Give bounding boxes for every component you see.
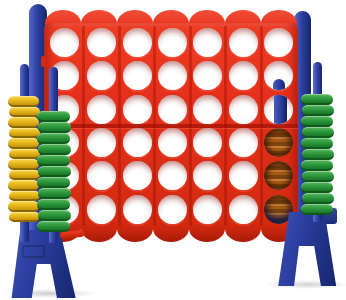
disc-ring-green: [37, 155, 70, 166]
disc-ring-yellow: [9, 170, 40, 181]
board-hole-f3: [229, 128, 258, 157]
scene: [0, 0, 346, 300]
board-hole-c1: [123, 195, 152, 224]
board-hole-f2: [229, 161, 258, 190]
disc-ring-green: [38, 122, 71, 133]
disc-ring-yellow: [8, 96, 39, 107]
board-cell: [82, 193, 117, 226]
disc-ring-green: [302, 105, 334, 116]
board-hole-e4: [193, 95, 222, 124]
board-cell: [189, 26, 224, 59]
disc-ring-green: [301, 138, 333, 149]
board-hole-g6: [264, 28, 293, 57]
board-hole-g4: [264, 95, 293, 124]
disc-ring-green: [37, 133, 70, 144]
board-hole-e5: [193, 61, 222, 90]
disc-ring-yellow: [9, 128, 40, 139]
disc-ring-yellow: [8, 201, 39, 212]
board-cell: [82, 159, 117, 192]
disc-ring-green: [302, 149, 334, 160]
board-hole-b5: [87, 61, 116, 90]
board-cell: [118, 193, 153, 226]
board-cell: [189, 59, 224, 92]
board-hole-d1: [158, 195, 187, 224]
board-hole-f1: [229, 195, 258, 224]
disc-stack-left-inner-green: [37, 111, 70, 232]
disc-ring-yellow: [9, 149, 40, 160]
board-cell: [82, 93, 117, 126]
red-latch: [41, 56, 46, 67]
board-hole-e6: [193, 28, 222, 57]
board-hole-b2: [87, 161, 116, 190]
disc-ring-green: [38, 210, 71, 221]
board-cell: [189, 159, 224, 192]
board-hole-f4: [229, 95, 258, 124]
board-hole-e2: [193, 161, 222, 190]
board-body: [44, 23, 298, 229]
board-cell: [260, 26, 295, 59]
disc-ring-green: [301, 160, 333, 171]
board-cell: [153, 126, 188, 159]
disc-ring-green: [38, 166, 71, 177]
board-cell: [189, 126, 224, 159]
board-hole-c4: [123, 95, 152, 124]
disc-ring-green: [301, 116, 333, 127]
disc-ring-yellow: [9, 191, 40, 202]
disc-ring-yellow: [9, 212, 40, 223]
board-hole-g2: [264, 161, 293, 190]
board-cell: [118, 93, 153, 126]
disc-ring-green: [302, 193, 334, 204]
board-cell: [189, 93, 224, 126]
board-hole-d2: [158, 161, 187, 190]
board-cell: [224, 26, 259, 59]
disc-ring-green: [302, 171, 334, 182]
board-cell: [260, 93, 295, 126]
board-hole-c3: [123, 128, 152, 157]
board-cell: [260, 159, 295, 192]
board-cell: [153, 93, 188, 126]
board-hole-c6: [123, 28, 152, 57]
board-cell: [224, 159, 259, 192]
board-cell: [118, 159, 153, 192]
board-cell: [118, 126, 153, 159]
disc-ring-green: [37, 177, 70, 188]
board-hole-e1: [193, 195, 222, 224]
board-hole-b6: [87, 28, 116, 57]
board-hole-b4: [87, 95, 116, 124]
disc-ring-yellow: [8, 159, 39, 170]
disc-ring-green: [301, 204, 333, 215]
disc-ring-yellow: [8, 180, 39, 191]
board-cell: [153, 59, 188, 92]
board-cell: [224, 126, 259, 159]
board-hole-d6: [158, 28, 187, 57]
disc-ring-yellow: [9, 107, 40, 118]
disc-stack-left-outer-yellow: [8, 96, 39, 222]
board-cell: [260, 59, 295, 92]
board-hole-f6: [229, 28, 258, 57]
board-hole-g5: [264, 61, 293, 90]
disc-ring-yellow: [8, 117, 39, 128]
board-cell: [153, 159, 188, 192]
board-hole-a6: [50, 28, 79, 57]
board-cell: [47, 26, 82, 59]
disc-ring-green: [37, 221, 70, 232]
board-cell: [118, 59, 153, 92]
board-cell: [153, 26, 188, 59]
board-hole-d5: [158, 61, 187, 90]
board-hole-b3: [87, 128, 116, 157]
disc-ring-green: [37, 199, 70, 210]
board-hole-f5: [229, 61, 258, 90]
board-hole-d3: [158, 128, 187, 157]
board-cell: [118, 26, 153, 59]
board-hole-e3: [193, 128, 222, 157]
board-cell: [224, 93, 259, 126]
board-hole-d4: [158, 95, 187, 124]
board-hole-c5: [123, 61, 152, 90]
disc-ring-green: [301, 182, 333, 193]
board-cell: [189, 193, 224, 226]
board-cell: [82, 59, 117, 92]
disc-ring-green: [37, 111, 70, 122]
board-cell: [260, 126, 295, 159]
board-hole-g3: [264, 128, 293, 157]
board-cell: [224, 193, 259, 226]
board-cell: [224, 59, 259, 92]
board-center-seam: [44, 124, 298, 128]
disc-ring-yellow: [8, 138, 39, 149]
connect-four-board: [44, 10, 298, 242]
disc-ring-green: [302, 127, 334, 138]
disc-ring-green: [301, 94, 333, 105]
board-hole-c2: [123, 161, 152, 190]
board-cell: [82, 126, 117, 159]
disc-ring-green: [38, 144, 71, 155]
board-cell: [153, 193, 188, 226]
board-cell: [82, 26, 117, 59]
board-hole-b1: [87, 195, 116, 224]
disc-stack-right-green: [301, 94, 333, 215]
disc-ring-green: [38, 188, 71, 199]
